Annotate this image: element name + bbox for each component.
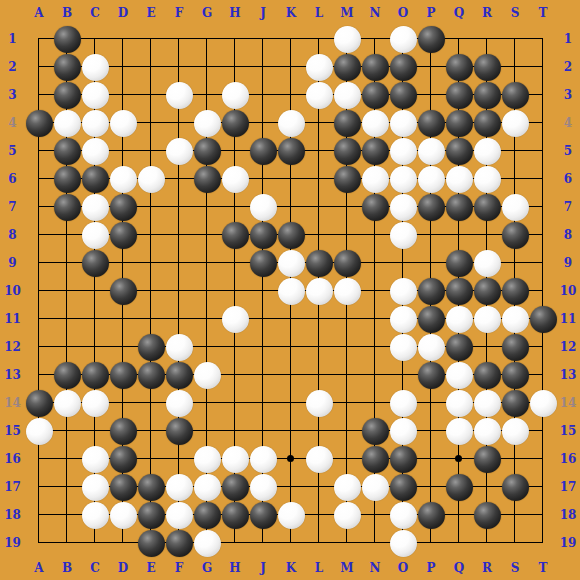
intersection-S3[interactable] [501,81,529,109]
intersection-C15[interactable] [81,417,109,445]
intersection-S1[interactable] [501,25,529,53]
intersection-H13[interactable] [221,361,249,389]
intersection-G4[interactable] [193,109,221,137]
intersection-G8[interactable] [193,221,221,249]
intersection-D5[interactable] [109,137,137,165]
intersection-K16[interactable] [277,445,305,473]
intersection-T11[interactable] [529,305,557,333]
intersection-D1[interactable] [109,25,137,53]
intersection-T15[interactable] [529,417,557,445]
intersection-D12[interactable] [109,333,137,361]
intersection-F11[interactable] [165,305,193,333]
intersection-S6[interactable] [501,165,529,193]
intersection-E16[interactable] [137,445,165,473]
intersection-D6[interactable] [109,165,137,193]
intersection-Q14[interactable] [445,389,473,417]
intersection-F1[interactable] [165,25,193,53]
intersection-S14[interactable] [501,389,529,417]
intersection-E1[interactable] [137,25,165,53]
intersection-K9[interactable] [277,249,305,277]
intersection-K17[interactable] [277,473,305,501]
intersection-H17[interactable] [221,473,249,501]
intersection-M3[interactable] [333,81,361,109]
intersection-T5[interactable] [529,137,557,165]
intersection-T6[interactable] [529,165,557,193]
intersection-F7[interactable] [165,193,193,221]
intersection-T14[interactable] [529,389,557,417]
intersection-J18[interactable] [249,501,277,529]
intersection-P6[interactable] [417,165,445,193]
intersection-F2[interactable] [165,53,193,81]
intersection-K15[interactable] [277,417,305,445]
intersection-J14[interactable] [249,389,277,417]
intersection-H9[interactable] [221,249,249,277]
intersection-H8[interactable] [221,221,249,249]
intersection-H4[interactable] [221,109,249,137]
intersection-N12[interactable] [361,333,389,361]
intersection-G7[interactable] [193,193,221,221]
intersection-E15[interactable] [137,417,165,445]
intersection-A7[interactable] [25,193,53,221]
intersection-E6[interactable] [137,165,165,193]
intersection-F8[interactable] [165,221,193,249]
intersection-D18[interactable] [109,501,137,529]
intersection-L1[interactable] [305,25,333,53]
intersection-D4[interactable] [109,109,137,137]
intersection-C11[interactable] [81,305,109,333]
intersection-K1[interactable] [277,25,305,53]
intersection-L18[interactable] [305,501,333,529]
intersection-D15[interactable] [109,417,137,445]
intersection-E4[interactable] [137,109,165,137]
intersection-A4[interactable] [25,109,53,137]
intersection-K14[interactable] [277,389,305,417]
intersection-L6[interactable] [305,165,333,193]
intersection-A16[interactable] [25,445,53,473]
intersection-F9[interactable] [165,249,193,277]
intersection-B11[interactable] [53,305,81,333]
intersection-J4[interactable] [249,109,277,137]
intersection-N17[interactable] [361,473,389,501]
intersection-G1[interactable] [193,25,221,53]
intersection-K18[interactable] [277,501,305,529]
intersection-D3[interactable] [109,81,137,109]
intersection-J9[interactable] [249,249,277,277]
intersection-O19[interactable] [389,529,417,557]
intersection-S15[interactable] [501,417,529,445]
intersection-D9[interactable] [109,249,137,277]
intersection-C3[interactable] [81,81,109,109]
intersection-B17[interactable] [53,473,81,501]
intersection-O9[interactable] [389,249,417,277]
intersection-B9[interactable] [53,249,81,277]
intersection-H5[interactable] [221,137,249,165]
intersection-L11[interactable] [305,305,333,333]
intersection-H18[interactable] [221,501,249,529]
intersection-A8[interactable] [25,221,53,249]
intersection-S11[interactable] [501,305,529,333]
intersection-A1[interactable] [25,25,53,53]
intersection-B13[interactable] [53,361,81,389]
intersection-M7[interactable] [333,193,361,221]
intersection-C10[interactable] [81,277,109,305]
intersection-S2[interactable] [501,53,529,81]
intersection-M1[interactable] [333,25,361,53]
intersection-E10[interactable] [137,277,165,305]
intersection-A14[interactable] [25,389,53,417]
intersection-S4[interactable] [501,109,529,137]
intersection-P18[interactable] [417,501,445,529]
intersection-S18[interactable] [501,501,529,529]
intersection-A17[interactable] [25,473,53,501]
intersection-M10[interactable] [333,277,361,305]
intersection-R12[interactable] [473,333,501,361]
intersection-M6[interactable] [333,165,361,193]
intersection-D8[interactable] [109,221,137,249]
intersection-R19[interactable] [473,529,501,557]
intersection-D2[interactable] [109,53,137,81]
intersection-B5[interactable] [53,137,81,165]
intersection-L13[interactable] [305,361,333,389]
intersection-N7[interactable] [361,193,389,221]
intersection-T7[interactable] [529,193,557,221]
intersection-D7[interactable] [109,193,137,221]
intersection-O18[interactable] [389,501,417,529]
intersection-D10[interactable] [109,277,137,305]
intersection-O10[interactable] [389,277,417,305]
intersection-O15[interactable] [389,417,417,445]
intersection-R8[interactable] [473,221,501,249]
intersection-J13[interactable] [249,361,277,389]
intersection-J16[interactable] [249,445,277,473]
intersection-J11[interactable] [249,305,277,333]
intersection-E14[interactable] [137,389,165,417]
intersection-P4[interactable] [417,109,445,137]
intersection-F16[interactable] [165,445,193,473]
intersection-O16[interactable] [389,445,417,473]
intersection-B6[interactable] [53,165,81,193]
intersection-O13[interactable] [389,361,417,389]
intersection-J7[interactable] [249,193,277,221]
intersection-R1[interactable] [473,25,501,53]
intersection-Q11[interactable] [445,305,473,333]
intersection-N18[interactable] [361,501,389,529]
intersection-M9[interactable] [333,249,361,277]
intersection-C12[interactable] [81,333,109,361]
intersection-F3[interactable] [165,81,193,109]
intersection-T1[interactable] [529,25,557,53]
intersection-E8[interactable] [137,221,165,249]
intersection-A12[interactable] [25,333,53,361]
intersection-P7[interactable] [417,193,445,221]
intersection-N5[interactable] [361,137,389,165]
intersection-B19[interactable] [53,529,81,557]
intersection-P17[interactable] [417,473,445,501]
intersection-N9[interactable] [361,249,389,277]
intersection-H2[interactable] [221,53,249,81]
intersection-E5[interactable] [137,137,165,165]
intersection-A10[interactable] [25,277,53,305]
intersection-T3[interactable] [529,81,557,109]
intersection-S12[interactable] [501,333,529,361]
intersection-Q13[interactable] [445,361,473,389]
intersection-Q6[interactable] [445,165,473,193]
intersection-A18[interactable] [25,501,53,529]
intersection-N2[interactable] [361,53,389,81]
intersection-O17[interactable] [389,473,417,501]
intersection-H12[interactable] [221,333,249,361]
intersection-E13[interactable] [137,361,165,389]
intersection-A19[interactable] [25,529,53,557]
intersection-E2[interactable] [137,53,165,81]
intersection-Q7[interactable] [445,193,473,221]
intersection-L14[interactable] [305,389,333,417]
intersection-L7[interactable] [305,193,333,221]
intersection-P2[interactable] [417,53,445,81]
intersection-T9[interactable] [529,249,557,277]
intersection-H15[interactable] [221,417,249,445]
intersection-H6[interactable] [221,165,249,193]
intersection-Q9[interactable] [445,249,473,277]
intersection-A11[interactable] [25,305,53,333]
intersection-R16[interactable] [473,445,501,473]
intersection-L4[interactable] [305,109,333,137]
intersection-B14[interactable] [53,389,81,417]
intersection-E9[interactable] [137,249,165,277]
intersection-L19[interactable] [305,529,333,557]
intersection-O14[interactable] [389,389,417,417]
intersection-S10[interactable] [501,277,529,305]
intersection-S13[interactable] [501,361,529,389]
intersection-P14[interactable] [417,389,445,417]
intersection-B2[interactable] [53,53,81,81]
intersection-M12[interactable] [333,333,361,361]
intersection-K12[interactable] [277,333,305,361]
intersection-T10[interactable] [529,277,557,305]
intersection-P16[interactable] [417,445,445,473]
intersection-P10[interactable] [417,277,445,305]
intersection-G14[interactable] [193,389,221,417]
intersection-L9[interactable] [305,249,333,277]
intersection-F12[interactable] [165,333,193,361]
intersection-F4[interactable] [165,109,193,137]
intersection-F5[interactable] [165,137,193,165]
intersection-L8[interactable] [305,221,333,249]
intersection-J1[interactable] [249,25,277,53]
intersection-G10[interactable] [193,277,221,305]
intersection-F10[interactable] [165,277,193,305]
intersection-E17[interactable] [137,473,165,501]
intersection-C6[interactable] [81,165,109,193]
intersection-K5[interactable] [277,137,305,165]
intersection-F19[interactable] [165,529,193,557]
intersection-B8[interactable] [53,221,81,249]
intersection-Q10[interactable] [445,277,473,305]
intersection-K8[interactable] [277,221,305,249]
intersection-A9[interactable] [25,249,53,277]
intersection-C17[interactable] [81,473,109,501]
intersection-N19[interactable] [361,529,389,557]
intersection-J12[interactable] [249,333,277,361]
intersection-G6[interactable] [193,165,221,193]
intersection-O3[interactable] [389,81,417,109]
intersection-T13[interactable] [529,361,557,389]
intersection-N10[interactable] [361,277,389,305]
intersection-G16[interactable] [193,445,221,473]
intersection-O7[interactable] [389,193,417,221]
intersection-A6[interactable] [25,165,53,193]
intersection-M14[interactable] [333,389,361,417]
intersection-C16[interactable] [81,445,109,473]
intersection-B12[interactable] [53,333,81,361]
intersection-O4[interactable] [389,109,417,137]
intersection-N6[interactable] [361,165,389,193]
intersection-O12[interactable] [389,333,417,361]
intersection-Q4[interactable] [445,109,473,137]
intersection-F6[interactable] [165,165,193,193]
intersection-F14[interactable] [165,389,193,417]
intersection-T18[interactable] [529,501,557,529]
intersection-C19[interactable] [81,529,109,557]
intersection-B3[interactable] [53,81,81,109]
intersection-G12[interactable] [193,333,221,361]
intersection-Q17[interactable] [445,473,473,501]
intersection-R17[interactable] [473,473,501,501]
intersection-J6[interactable] [249,165,277,193]
intersection-C18[interactable] [81,501,109,529]
intersection-S19[interactable] [501,529,529,557]
intersection-N1[interactable] [361,25,389,53]
intersection-G11[interactable] [193,305,221,333]
intersection-C7[interactable] [81,193,109,221]
intersection-M19[interactable] [333,529,361,557]
intersection-H19[interactable] [221,529,249,557]
intersection-R9[interactable] [473,249,501,277]
intersection-C9[interactable] [81,249,109,277]
intersection-S5[interactable] [501,137,529,165]
intersection-R13[interactable] [473,361,501,389]
intersection-C14[interactable] [81,389,109,417]
intersection-E19[interactable] [137,529,165,557]
intersection-S7[interactable] [501,193,529,221]
intersection-K2[interactable] [277,53,305,81]
intersection-L12[interactable] [305,333,333,361]
intersection-S17[interactable] [501,473,529,501]
intersection-L16[interactable] [305,445,333,473]
intersection-M18[interactable] [333,501,361,529]
intersection-L15[interactable] [305,417,333,445]
intersection-K6[interactable] [277,165,305,193]
intersection-C8[interactable] [81,221,109,249]
intersection-B4[interactable] [53,109,81,137]
intersection-H14[interactable] [221,389,249,417]
intersection-D14[interactable] [109,389,137,417]
intersection-R7[interactable] [473,193,501,221]
intersection-G19[interactable] [193,529,221,557]
intersection-P15[interactable] [417,417,445,445]
intersection-R5[interactable] [473,137,501,165]
intersection-M2[interactable] [333,53,361,81]
intersection-O11[interactable] [389,305,417,333]
intersection-N16[interactable] [361,445,389,473]
intersection-Q5[interactable] [445,137,473,165]
intersection-T4[interactable] [529,109,557,137]
intersection-F17[interactable] [165,473,193,501]
intersection-R10[interactable] [473,277,501,305]
intersection-K13[interactable] [277,361,305,389]
intersection-O5[interactable] [389,137,417,165]
intersection-P19[interactable] [417,529,445,557]
intersection-J10[interactable] [249,277,277,305]
intersection-M15[interactable] [333,417,361,445]
intersection-R3[interactable] [473,81,501,109]
intersection-H10[interactable] [221,277,249,305]
intersection-T12[interactable] [529,333,557,361]
intersection-S9[interactable] [501,249,529,277]
intersection-Q16[interactable] [445,445,473,473]
intersection-R11[interactable] [473,305,501,333]
intersection-G3[interactable] [193,81,221,109]
intersection-J5[interactable] [249,137,277,165]
intersection-R4[interactable] [473,109,501,137]
intersection-Q1[interactable] [445,25,473,53]
intersection-E12[interactable] [137,333,165,361]
intersection-G18[interactable] [193,501,221,529]
intersection-E7[interactable] [137,193,165,221]
intersection-C5[interactable] [81,137,109,165]
intersection-T8[interactable] [529,221,557,249]
intersection-A15[interactable] [25,417,53,445]
intersection-A2[interactable] [25,53,53,81]
intersection-P3[interactable] [417,81,445,109]
intersection-N4[interactable] [361,109,389,137]
intersection-L17[interactable] [305,473,333,501]
intersection-B15[interactable] [53,417,81,445]
intersection-H3[interactable] [221,81,249,109]
intersection-H7[interactable] [221,193,249,221]
intersection-D11[interactable] [109,305,137,333]
intersection-N11[interactable] [361,305,389,333]
intersection-L10[interactable] [305,277,333,305]
intersection-M4[interactable] [333,109,361,137]
intersection-N3[interactable] [361,81,389,109]
intersection-T17[interactable] [529,473,557,501]
intersection-C13[interactable] [81,361,109,389]
intersection-O2[interactable] [389,53,417,81]
intersection-N14[interactable] [361,389,389,417]
intersection-A3[interactable] [25,81,53,109]
intersection-D19[interactable] [109,529,137,557]
intersection-Q12[interactable] [445,333,473,361]
intersection-P5[interactable] [417,137,445,165]
intersection-R15[interactable] [473,417,501,445]
intersection-F18[interactable] [165,501,193,529]
intersection-C4[interactable] [81,109,109,137]
intersection-K19[interactable] [277,529,305,557]
intersection-G5[interactable] [193,137,221,165]
intersection-P8[interactable] [417,221,445,249]
intersection-L5[interactable] [305,137,333,165]
intersection-T16[interactable] [529,445,557,473]
intersection-Q8[interactable] [445,221,473,249]
intersection-E3[interactable] [137,81,165,109]
intersection-A5[interactable] [25,137,53,165]
intersection-G9[interactable] [193,249,221,277]
intersection-B16[interactable] [53,445,81,473]
intersection-M16[interactable] [333,445,361,473]
intersection-G17[interactable] [193,473,221,501]
intersection-N15[interactable] [361,417,389,445]
